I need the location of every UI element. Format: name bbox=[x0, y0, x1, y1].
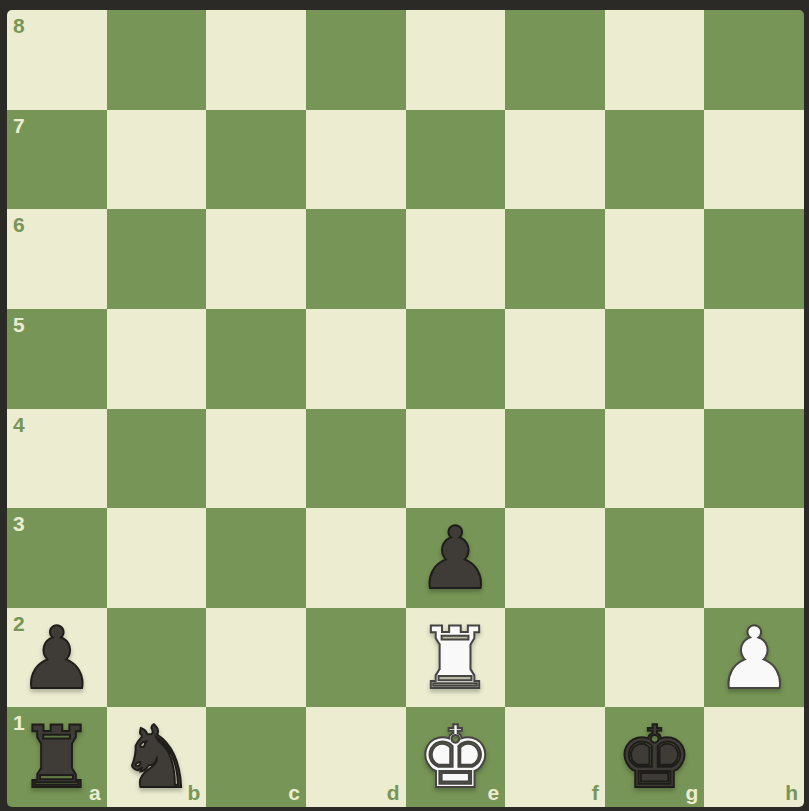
square-f7[interactable] bbox=[505, 110, 605, 210]
square-g4[interactable] bbox=[605, 409, 705, 509]
chess-app-background: 876543♟2♟♜♟1a♜b♞cde♚fg♚h bbox=[0, 0, 809, 811]
square-c4[interactable] bbox=[206, 409, 306, 509]
square-b3[interactable] bbox=[107, 508, 207, 608]
square-h6[interactable] bbox=[704, 209, 804, 309]
square-d1[interactable]: d bbox=[306, 707, 406, 807]
square-c1[interactable]: c bbox=[206, 707, 306, 807]
square-f8[interactable] bbox=[505, 10, 605, 110]
square-f1[interactable]: f bbox=[505, 707, 605, 807]
square-a3[interactable]: 3 bbox=[7, 508, 107, 608]
square-d4[interactable] bbox=[306, 409, 406, 509]
square-e2[interactable]: ♜ bbox=[406, 608, 506, 708]
square-g6[interactable] bbox=[605, 209, 705, 309]
square-h4[interactable] bbox=[704, 409, 804, 509]
square-b2[interactable] bbox=[107, 608, 207, 708]
square-c6[interactable] bbox=[206, 209, 306, 309]
white-pawn[interactable]: ♟ bbox=[704, 608, 804, 708]
rank-label-5: 5 bbox=[13, 314, 25, 335]
square-b4[interactable] bbox=[107, 409, 207, 509]
square-e1[interactable]: e♚ bbox=[406, 707, 506, 807]
square-h8[interactable] bbox=[704, 10, 804, 110]
square-c8[interactable] bbox=[206, 10, 306, 110]
square-d2[interactable] bbox=[306, 608, 406, 708]
square-a6[interactable]: 6 bbox=[7, 209, 107, 309]
square-f5[interactable] bbox=[505, 309, 605, 409]
black-king[interactable]: ♚ bbox=[605, 707, 705, 807]
black-knight[interactable]: ♞ bbox=[107, 707, 207, 807]
square-b8[interactable] bbox=[107, 10, 207, 110]
rank-label-3: 3 bbox=[13, 513, 25, 534]
white-king[interactable]: ♚ bbox=[406, 707, 506, 807]
square-d8[interactable] bbox=[306, 10, 406, 110]
square-a8[interactable]: 8 bbox=[7, 10, 107, 110]
square-f2[interactable] bbox=[505, 608, 605, 708]
square-d3[interactable] bbox=[306, 508, 406, 608]
square-h7[interactable] bbox=[704, 110, 804, 210]
file-label-h: h bbox=[785, 782, 798, 803]
square-g2[interactable] bbox=[605, 608, 705, 708]
square-e6[interactable] bbox=[406, 209, 506, 309]
square-c7[interactable] bbox=[206, 110, 306, 210]
black-pawn[interactable]: ♟ bbox=[406, 508, 506, 608]
square-h2[interactable]: ♟ bbox=[704, 608, 804, 708]
square-g1[interactable]: g♚ bbox=[605, 707, 705, 807]
file-label-f: f bbox=[592, 782, 599, 803]
square-g8[interactable] bbox=[605, 10, 705, 110]
square-c3[interactable] bbox=[206, 508, 306, 608]
square-b6[interactable] bbox=[107, 209, 207, 309]
square-a4[interactable]: 4 bbox=[7, 409, 107, 509]
rank-label-6: 6 bbox=[13, 214, 25, 235]
square-a1[interactable]: 1a♜ bbox=[7, 707, 107, 807]
square-f4[interactable] bbox=[505, 409, 605, 509]
rank-label-7: 7 bbox=[13, 115, 25, 136]
square-e7[interactable] bbox=[406, 110, 506, 210]
square-d5[interactable] bbox=[306, 309, 406, 409]
square-d6[interactable] bbox=[306, 209, 406, 309]
square-g5[interactable] bbox=[605, 309, 705, 409]
rank-label-8: 8 bbox=[13, 15, 25, 36]
square-a2[interactable]: 2♟ bbox=[7, 608, 107, 708]
square-b5[interactable] bbox=[107, 309, 207, 409]
square-h3[interactable] bbox=[704, 508, 804, 608]
black-rook[interactable]: ♜ bbox=[7, 707, 107, 807]
square-a5[interactable]: 5 bbox=[7, 309, 107, 409]
square-g7[interactable] bbox=[605, 110, 705, 210]
chess-board: 876543♟2♟♜♟1a♜b♞cde♚fg♚h bbox=[7, 10, 804, 807]
square-b1[interactable]: b♞ bbox=[107, 707, 207, 807]
square-f6[interactable] bbox=[505, 209, 605, 309]
square-e4[interactable] bbox=[406, 409, 506, 509]
square-f3[interactable] bbox=[505, 508, 605, 608]
white-rook[interactable]: ♜ bbox=[406, 608, 506, 708]
square-h5[interactable] bbox=[704, 309, 804, 409]
rank-label-4: 4 bbox=[13, 414, 25, 435]
square-g3[interactable] bbox=[605, 508, 705, 608]
square-b7[interactable] bbox=[107, 110, 207, 210]
square-e8[interactable] bbox=[406, 10, 506, 110]
square-c2[interactable] bbox=[206, 608, 306, 708]
file-label-d: d bbox=[387, 782, 400, 803]
square-a7[interactable]: 7 bbox=[7, 110, 107, 210]
black-pawn[interactable]: ♟ bbox=[7, 608, 107, 708]
square-d7[interactable] bbox=[306, 110, 406, 210]
square-e3[interactable]: ♟ bbox=[406, 508, 506, 608]
square-e5[interactable] bbox=[406, 309, 506, 409]
square-h1[interactable]: h bbox=[704, 707, 804, 807]
square-c5[interactable] bbox=[206, 309, 306, 409]
file-label-c: c bbox=[288, 782, 300, 803]
